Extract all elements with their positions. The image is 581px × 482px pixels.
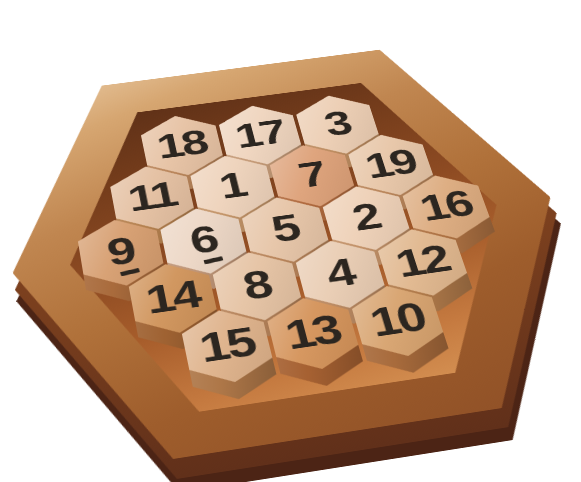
tile-number: 19 (361, 143, 420, 183)
tile-number: 16 (415, 184, 476, 226)
tile-number: 6 (186, 219, 219, 259)
tile-number: 14 (142, 274, 202, 320)
tile-number: 15 (196, 320, 258, 368)
photo-stage: 18173111719965216148412151310 (0, 0, 581, 482)
tile-number: 9 (104, 231, 136, 271)
tile-number: 12 (391, 239, 453, 283)
tile-number: 3 (320, 105, 354, 141)
tile-number: 13 (281, 308, 344, 355)
puzzle-scene: 18173111719965216148412151310 (0, 30, 581, 482)
tile-number: 7 (294, 155, 328, 193)
tile-number: 8 (239, 264, 274, 306)
tile-number: 10 (365, 296, 429, 343)
tile-number: 1 (216, 166, 249, 204)
tile-number: 4 (322, 252, 358, 293)
tile-number: 5 (267, 208, 302, 248)
tiles-layer: 18173111719965216148412151310 (0, 30, 581, 482)
tile-number: 2 (348, 197, 384, 236)
tile-number: 18 (154, 124, 210, 164)
tile-number: 11 (125, 175, 179, 216)
tile-number: 17 (231, 114, 288, 153)
